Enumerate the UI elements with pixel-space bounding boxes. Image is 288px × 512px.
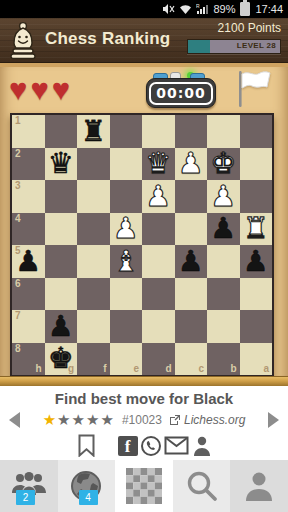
white-bishop[interactable]: ♝ xyxy=(113,246,139,277)
white-pawn[interactable]: ♟ xyxy=(113,213,139,244)
square-d1[interactable] xyxy=(142,115,175,148)
black-king[interactable]: ♚ xyxy=(48,343,74,374)
square-d6[interactable] xyxy=(142,278,175,311)
black-rook[interactable]: ♜ xyxy=(80,116,106,147)
star-icon: ★ xyxy=(86,411,100,428)
square-e2[interactable] xyxy=(110,148,143,181)
puzzle-instruction: Find best move for Black xyxy=(0,386,288,407)
level-progress-fill xyxy=(188,40,210,53)
square-b7[interactable] xyxy=(207,310,240,343)
file-label: a xyxy=(263,363,269,375)
square-a7[interactable] xyxy=(240,310,273,343)
board-ledge xyxy=(0,376,288,386)
file-label: d xyxy=(165,363,171,375)
page-title: Chess Ranking xyxy=(45,29,170,49)
square-c7[interactable] xyxy=(175,310,208,343)
square-e1[interactable] xyxy=(110,115,143,148)
wifi-icon xyxy=(179,4,192,15)
black-pawn[interactable]: ♟ xyxy=(243,246,269,277)
checkerboard-icon xyxy=(126,468,162,504)
square-a5[interactable]: ♟ xyxy=(240,245,273,278)
square-f3[interactable] xyxy=(77,180,110,213)
external-link-icon xyxy=(169,414,181,426)
square-e5[interactable]: ♝ xyxy=(110,245,143,278)
square-f8[interactable]: f xyxy=(77,343,110,376)
puzzle-meta-row: ★★★★★ #10023 Lichess.org xyxy=(0,409,288,431)
star-icon: ★ xyxy=(43,411,57,428)
search-icon xyxy=(185,469,219,503)
svg-text:R: R xyxy=(196,3,200,9)
square-e4[interactable]: ♟ xyxy=(110,213,143,246)
puzzle-source-link[interactable]: Lichess.org xyxy=(169,413,245,427)
square-g5[interactable] xyxy=(45,245,78,278)
chess-piece-mascot-icon xyxy=(7,21,39,64)
square-c5[interactable]: ♟ xyxy=(175,245,208,278)
app-screen: R 89% 17:44 Chess Ranking 2100 Points LE… xyxy=(0,0,288,512)
square-c3[interactable] xyxy=(175,180,208,213)
black-pawn[interactable]: ♟ xyxy=(210,213,236,244)
file-label: h xyxy=(35,363,41,375)
chess-clock: 00:00 xyxy=(146,71,214,107)
square-g3[interactable] xyxy=(45,180,78,213)
square-e7[interactable] xyxy=(110,310,143,343)
black-pawn[interactable]: ♟ xyxy=(178,246,204,277)
timer-value: 00:00 xyxy=(156,85,206,101)
chess-board[interactable]: 1♜2♛♛♟♚3♟♟4♟♟♜5♟♝♟♟67♟8hg♚fedcba xyxy=(10,113,274,377)
square-e6[interactable] xyxy=(110,278,143,311)
white-king[interactable]: ♚ xyxy=(210,148,236,179)
square-f1[interactable]: ♜ xyxy=(77,115,110,148)
level-label: LEVEL 28 xyxy=(237,41,276,50)
rank-label: 6 xyxy=(15,278,21,290)
rank-label: 8 xyxy=(15,343,21,355)
square-g1[interactable] xyxy=(45,115,78,148)
square-c8[interactable]: c xyxy=(175,343,208,376)
white-pawn[interactable]: ♟ xyxy=(210,181,236,212)
square-b2[interactable]: ♚ xyxy=(207,148,240,181)
square-d2[interactable]: ♛ xyxy=(142,148,175,181)
puzzle-panel: Find best move for Black ★★★★★ #10023 Li… xyxy=(0,386,288,461)
star-icon: ★ xyxy=(72,411,86,428)
square-g4[interactable] xyxy=(45,213,78,246)
white-pawn[interactable]: ♟ xyxy=(145,181,171,212)
world-badge: 4 xyxy=(79,490,98,505)
square-d4[interactable] xyxy=(142,213,175,246)
square-a6[interactable] xyxy=(240,278,273,311)
square-b5[interactable] xyxy=(207,245,240,278)
previous-puzzle-button[interactable] xyxy=(9,412,20,428)
share-row: f xyxy=(0,434,288,457)
facebook-icon[interactable]: f xyxy=(118,436,138,456)
square-h6[interactable]: 6 xyxy=(12,278,45,311)
square-c4[interactable] xyxy=(175,213,208,246)
square-f6[interactable] xyxy=(77,278,110,311)
level-progress-bar: LEVEL 28 xyxy=(187,39,281,54)
square-h2[interactable]: 2 xyxy=(12,148,45,181)
square-g6[interactable] xyxy=(45,278,78,311)
rank-label: 2 xyxy=(15,148,21,160)
battery-icon xyxy=(240,2,250,16)
square-f7[interactable] xyxy=(77,310,110,343)
black-pawn[interactable]: ♟ xyxy=(48,311,74,342)
status-bar: R 89% 17:44 xyxy=(0,0,288,18)
rank-label: 1 xyxy=(15,115,21,127)
square-d7[interactable] xyxy=(142,310,175,343)
square-b1[interactable] xyxy=(207,115,240,148)
lives-hearts: ♥♥♥ xyxy=(9,71,73,109)
email-icon[interactable] xyxy=(164,436,189,455)
status-time: 17:44 xyxy=(255,3,283,15)
square-a8[interactable]: a xyxy=(240,343,273,376)
nav-tab-board[interactable] xyxy=(115,460,173,512)
heart-icon: ♥ xyxy=(30,72,51,107)
puzzle-number: #10023 xyxy=(122,413,162,427)
square-h8[interactable]: 8h xyxy=(12,343,45,376)
hud-row: ♥♥♥ 00:00 xyxy=(0,69,288,113)
square-f2[interactable] xyxy=(77,148,110,181)
square-f4[interactable] xyxy=(77,213,110,246)
square-g7[interactable]: ♟ xyxy=(45,310,78,343)
file-label: c xyxy=(198,363,204,375)
heart-icon: ♥ xyxy=(52,72,73,107)
rank-label: 7 xyxy=(15,310,21,322)
star-icon: ★ xyxy=(57,411,71,428)
rank-label: 3 xyxy=(15,180,21,192)
battery-percent: 89% xyxy=(213,3,235,15)
square-c2[interactable]: ♟ xyxy=(175,148,208,181)
white-queen[interactable]: ♛ xyxy=(145,148,171,179)
square-h1[interactable]: 1 xyxy=(12,115,45,148)
next-puzzle-button[interactable] xyxy=(268,412,279,428)
white-pawn[interactable]: ♟ xyxy=(178,148,204,179)
square-d5[interactable] xyxy=(142,245,175,278)
square-f5[interactable] xyxy=(77,245,110,278)
signal-icon: R xyxy=(196,3,209,15)
square-e3[interactable] xyxy=(110,180,143,213)
play-area: ♥♥♥ 00:00 1♜2♛♛♟♚3♟♟4♟♟♜5♟♝♟♟67♟8hg♚fedc… xyxy=(0,63,288,386)
whatsapp-icon[interactable] xyxy=(140,435,162,457)
square-h5[interactable]: 5♟ xyxy=(12,245,45,278)
square-a3[interactable] xyxy=(240,180,273,213)
square-a2[interactable] xyxy=(240,148,273,181)
square-a1[interactable] xyxy=(240,115,273,148)
square-h4[interactable]: 4 xyxy=(12,213,45,246)
heart-icon: ♥ xyxy=(9,72,30,107)
square-c6[interactable] xyxy=(175,278,208,311)
square-g8[interactable]: g♚ xyxy=(45,343,78,376)
square-b4[interactable]: ♟ xyxy=(207,213,240,246)
black-queen[interactable]: ♛ xyxy=(48,148,74,179)
rank-label: 4 xyxy=(15,213,21,225)
square-d8[interactable]: d xyxy=(142,343,175,376)
file-label: b xyxy=(230,363,236,375)
black-pawn[interactable]: ♟ xyxy=(15,246,41,277)
square-g2[interactable]: ♛ xyxy=(45,148,78,181)
nav-tab-profile[interactable] xyxy=(230,460,288,512)
bottom-nav: 2 4 xyxy=(0,460,288,512)
bookmark-icon[interactable] xyxy=(77,434,96,457)
square-h7[interactable]: 7 xyxy=(12,310,45,343)
square-e8[interactable]: e xyxy=(110,343,143,376)
white-rook[interactable]: ♜ xyxy=(243,213,269,244)
resign-flag-icon[interactable] xyxy=(236,69,274,115)
square-b6[interactable] xyxy=(207,278,240,311)
profile-icon xyxy=(244,470,274,502)
square-a4[interactable]: ♜ xyxy=(240,213,273,246)
nav-tab-world[interactable]: 4 xyxy=(58,460,116,512)
square-b8[interactable]: b xyxy=(207,343,240,376)
contact-icon[interactable] xyxy=(192,435,212,457)
app-header: Chess Ranking 2100 Points LEVEL 28 xyxy=(0,18,288,63)
square-h3[interactable]: 3 xyxy=(12,180,45,213)
nav-tab-players[interactable]: 2 xyxy=(0,460,58,512)
file-label: e xyxy=(133,363,139,375)
square-d3[interactable]: ♟ xyxy=(142,180,175,213)
square-b3[interactable]: ♟ xyxy=(207,180,240,213)
star-icon: ★ xyxy=(100,411,114,428)
mute-icon xyxy=(162,3,175,15)
difficulty-stars: ★★★★★ xyxy=(43,412,115,428)
players-badge: 2 xyxy=(16,490,35,505)
nav-tab-search[interactable] xyxy=(173,460,231,512)
file-label: f xyxy=(103,363,106,375)
points-label: 2100 Points xyxy=(218,21,281,35)
square-c1[interactable] xyxy=(175,115,208,148)
